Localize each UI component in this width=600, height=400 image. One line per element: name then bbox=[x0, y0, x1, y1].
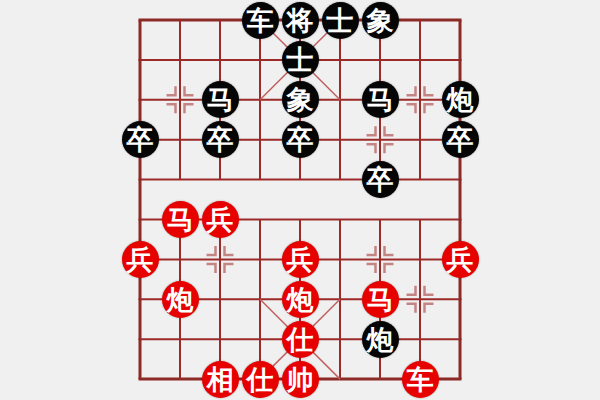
piece-black-advisor[interactable]: 士 bbox=[322, 2, 359, 39]
piece-black-chariot[interactable]: 车 bbox=[242, 2, 279, 39]
piece-red-advisor[interactable]: 仕 bbox=[282, 321, 319, 358]
piece-black-soldier[interactable]: 卒 bbox=[362, 161, 399, 198]
piece-red-soldier[interactable]: 兵 bbox=[202, 201, 239, 238]
piece-red-soldier[interactable]: 兵 bbox=[122, 241, 159, 278]
piece-black-soldier[interactable]: 卒 bbox=[202, 121, 239, 158]
piece-black-horse[interactable]: 马 bbox=[362, 81, 399, 118]
piece-red-cannon[interactable]: 炮 bbox=[162, 281, 199, 318]
piece-red-soldier[interactable]: 兵 bbox=[282, 241, 319, 278]
piece-black-horse[interactable]: 马 bbox=[202, 81, 239, 118]
piece-red-horse[interactable]: 马 bbox=[162, 201, 199, 238]
piece-black-soldier[interactable]: 卒 bbox=[122, 121, 159, 158]
piece-red-cannon[interactable]: 炮 bbox=[282, 281, 319, 318]
pieces-layer: 车将士象士马象马炮卒卒卒卒卒马兵兵兵兵炮炮马仕炮相仕帅车 bbox=[0, 0, 600, 400]
piece-red-soldier[interactable]: 兵 bbox=[442, 241, 479, 278]
piece-red-elephant[interactable]: 相 bbox=[202, 361, 239, 398]
piece-black-advisor[interactable]: 士 bbox=[282, 41, 319, 78]
piece-black-elephant[interactable]: 象 bbox=[362, 2, 399, 39]
piece-black-cannon[interactable]: 炮 bbox=[362, 321, 399, 358]
xiangqi-board[interactable]: 车将士象士马象马炮卒卒卒卒卒马兵兵兵兵炮炮马仕炮相仕帅车 bbox=[0, 0, 600, 400]
piece-red-horse[interactable]: 马 bbox=[362, 281, 399, 318]
piece-black-soldier[interactable]: 卒 bbox=[282, 121, 319, 158]
piece-black-soldier[interactable]: 卒 bbox=[442, 121, 479, 158]
piece-black-cannon[interactable]: 炮 bbox=[442, 81, 479, 118]
piece-black-general[interactable]: 将 bbox=[282, 2, 319, 39]
piece-red-chariot[interactable]: 车 bbox=[402, 361, 439, 398]
piece-black-elephant[interactable]: 象 bbox=[282, 81, 319, 118]
piece-red-general[interactable]: 帅 bbox=[282, 361, 319, 398]
piece-red-advisor[interactable]: 仕 bbox=[242, 361, 279, 398]
